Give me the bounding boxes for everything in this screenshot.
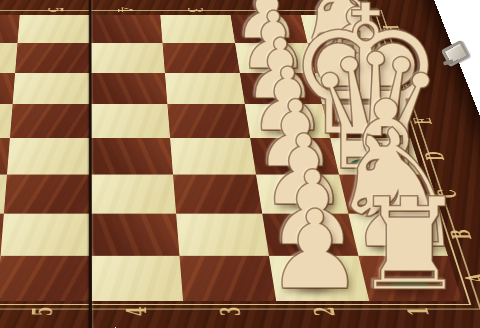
square-c4[interactable] [90, 175, 176, 214]
square-a4[interactable] [90, 256, 183, 302]
rank-label-bottom-4: 4 [90, 301, 185, 321]
rank-label-bottom-5: 5 [0, 301, 90, 321]
square-h3[interactable] [160, 15, 235, 43]
square-h5[interactable] [17, 15, 90, 43]
square-f4[interactable] [90, 73, 167, 105]
square-b3[interactable] [176, 214, 269, 256]
square-h4[interactable] [90, 15, 163, 43]
square-f5[interactable] [13, 73, 90, 105]
square-c5[interactable] [4, 175, 90, 214]
square-e3[interactable] [167, 104, 250, 138]
square-e4[interactable] [90, 104, 170, 138]
piece-white-rook-a1[interactable]: ♜ [352, 181, 467, 309]
chessboard-photo-scene: 87654321 87654321 HGFEDCBA ♟♜♟♞♟♝♟♚♟♛♟♝♟… [0, 0, 480, 328]
square-e5[interactable] [10, 104, 90, 138]
rank-label-top-4: 4 [90, 4, 160, 15]
square-f3[interactable] [165, 73, 245, 105]
square-g5[interactable] [15, 43, 90, 73]
rank-label-top-6: 6 [0, 4, 21, 15]
square-c3[interactable] [173, 175, 262, 214]
square-a3[interactable] [179, 256, 276, 302]
square-d3[interactable] [170, 138, 256, 174]
square-g4[interactable] [90, 43, 165, 73]
square-a5[interactable] [0, 256, 90, 302]
square-b5[interactable] [1, 214, 90, 256]
rank-label-top-5: 5 [20, 4, 90, 15]
piece-white-pawn-a2[interactable]: ♟ [266, 196, 364, 306]
square-b4[interactable] [90, 214, 179, 256]
fold-seam [89, 0, 92, 328]
square-d4[interactable] [90, 138, 173, 174]
square-g3[interactable] [163, 43, 240, 73]
square-d5[interactable] [7, 138, 90, 174]
rank-label-top-3: 3 [159, 4, 230, 15]
